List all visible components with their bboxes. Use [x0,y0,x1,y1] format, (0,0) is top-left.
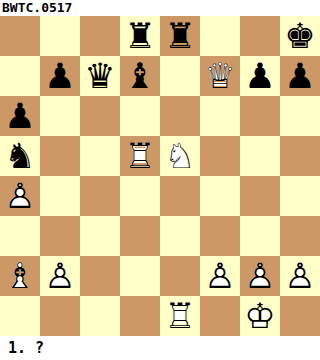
square-a7[interactable] [0,56,40,96]
move-prompt: 1. ? [0,336,320,360]
square-h5[interactable] [280,136,320,176]
square-g8[interactable] [240,16,280,56]
white-knight: ♞♘ [160,136,200,176]
black-pawn: ♟ [280,56,320,96]
square-d1[interactable] [120,296,160,336]
square-d6[interactable] [120,96,160,136]
square-d3[interactable] [120,216,160,256]
square-a6[interactable]: ♟ [0,96,40,136]
square-c3[interactable] [80,216,120,256]
puzzle-title: BWTC.0517 [0,0,320,16]
square-e5[interactable]: ♞♘ [160,136,200,176]
square-c1[interactable] [80,296,120,336]
square-g3[interactable] [240,216,280,256]
square-c5[interactable] [80,136,120,176]
black-rook: ♜ [120,16,160,56]
square-e1[interactable]: ♜♖ [160,296,200,336]
black-knight: ♞ [0,136,40,176]
black-pawn: ♟ [0,96,40,136]
square-h4[interactable] [280,176,320,216]
square-f5[interactable] [200,136,240,176]
white-pawn: ♟♙ [280,256,320,296]
square-a8[interactable] [0,16,40,56]
square-g6[interactable] [240,96,280,136]
puzzle-window: BWTC.0517 ♜♜♚♟♛♝♛♕♟♟♟♞♜♖♞♘♟♙♝♗♟♙♟♙♟♙♟♙♜♖… [0,0,320,360]
chess-board: ♜♜♚♟♛♝♛♕♟♟♟♞♜♖♞♘♟♙♝♗♟♙♟♙♟♙♟♙♜♖♚♔ [0,16,320,336]
white-rook: ♜♖ [120,136,160,176]
square-d4[interactable] [120,176,160,216]
black-rook: ♜ [160,16,200,56]
square-b4[interactable] [40,176,80,216]
square-f8[interactable] [200,16,240,56]
square-e4[interactable] [160,176,200,216]
square-c8[interactable] [80,16,120,56]
square-d8[interactable]: ♜ [120,16,160,56]
square-e8[interactable]: ♜ [160,16,200,56]
white-bishop: ♝♗ [0,256,40,296]
square-a3[interactable] [0,216,40,256]
square-f2[interactable]: ♟♙ [200,256,240,296]
white-rook: ♜♖ [160,296,200,336]
square-a5[interactable]: ♞ [0,136,40,176]
square-d7[interactable]: ♝ [120,56,160,96]
black-king: ♚ [280,16,320,56]
square-f3[interactable] [200,216,240,256]
square-e7[interactable] [160,56,200,96]
square-h1[interactable] [280,296,320,336]
square-c6[interactable] [80,96,120,136]
black-bishop: ♝ [120,56,160,96]
square-f1[interactable] [200,296,240,336]
square-g5[interactable] [240,136,280,176]
square-g4[interactable] [240,176,280,216]
square-b7[interactable]: ♟ [40,56,80,96]
square-c4[interactable] [80,176,120,216]
square-h6[interactable] [280,96,320,136]
square-b2[interactable]: ♟♙ [40,256,80,296]
square-b3[interactable] [40,216,80,256]
square-g2[interactable]: ♟♙ [240,256,280,296]
square-f4[interactable] [200,176,240,216]
square-e2[interactable] [160,256,200,296]
square-f7[interactable]: ♛♕ [200,56,240,96]
black-pawn: ♟ [240,56,280,96]
square-f6[interactable] [200,96,240,136]
square-c2[interactable] [80,256,120,296]
square-h8[interactable]: ♚ [280,16,320,56]
white-pawn: ♟♙ [40,256,80,296]
square-g1[interactable]: ♚♔ [240,296,280,336]
square-c7[interactable]: ♛ [80,56,120,96]
square-b5[interactable] [40,136,80,176]
white-pawn: ♟♙ [0,176,40,216]
square-a2[interactable]: ♝♗ [0,256,40,296]
white-king: ♚♔ [240,296,280,336]
square-e3[interactable] [160,216,200,256]
square-a1[interactable] [0,296,40,336]
square-h7[interactable]: ♟ [280,56,320,96]
square-h3[interactable] [280,216,320,256]
square-a4[interactable]: ♟♙ [0,176,40,216]
black-pawn: ♟ [40,56,80,96]
square-b1[interactable] [40,296,80,336]
white-queen: ♛♕ [200,56,240,96]
white-pawn: ♟♙ [200,256,240,296]
white-pawn: ♟♙ [240,256,280,296]
black-queen: ♛ [80,56,120,96]
square-e6[interactable] [160,96,200,136]
square-g7[interactable]: ♟ [240,56,280,96]
square-h2[interactable]: ♟♙ [280,256,320,296]
square-d5[interactable]: ♜♖ [120,136,160,176]
square-d2[interactable] [120,256,160,296]
square-b8[interactable] [40,16,80,56]
square-b6[interactable] [40,96,80,136]
